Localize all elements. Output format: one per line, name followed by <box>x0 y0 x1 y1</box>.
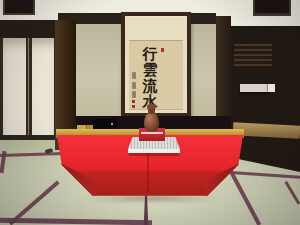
stand-trim-line <box>141 132 163 134</box>
alcove-shelf <box>240 84 270 92</box>
red-seal-icon <box>132 100 135 103</box>
calligraphy-character: 行 <box>141 46 159 62</box>
door-frame <box>26 38 32 143</box>
flower-vase <box>144 112 159 132</box>
av-device <box>93 119 117 129</box>
door-frame <box>0 38 3 143</box>
wall-plaque-right <box>253 0 291 16</box>
signature-mark <box>132 72 136 79</box>
calligraphy-scroll-frame: 行 雲 流 水 <box>121 12 191 117</box>
calligraphy-character: 雲 <box>141 62 159 78</box>
calligraphy-character: 流 <box>141 78 159 94</box>
red-seal-icon <box>161 48 164 52</box>
lintel-beam-left <box>0 20 58 40</box>
vent-grille <box>234 44 272 67</box>
signature-mark <box>132 82 136 89</box>
led-indicator-icon <box>111 123 113 125</box>
shelf-paper <box>267 84 275 92</box>
vase-rim <box>147 104 156 109</box>
board-cover-shadow <box>129 153 179 156</box>
dark-alcove <box>231 27 300 172</box>
red-seal-icon <box>132 105 135 108</box>
match-room-photo: 行 雲 流 水 <box>0 0 300 225</box>
wall-plaque-left <box>3 0 35 15</box>
signature-mark <box>132 91 136 98</box>
